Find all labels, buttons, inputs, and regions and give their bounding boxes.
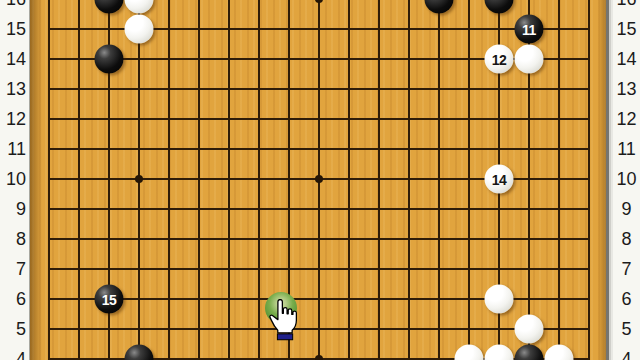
row-label-right-4: 4	[613, 348, 640, 360]
row-label-right-6: 6	[613, 288, 640, 310]
stone-C6[interactable]: 15	[95, 285, 124, 314]
row-label-right-14: 14	[613, 48, 640, 70]
move-number: 11	[522, 22, 536, 36]
row-label-left-5: 5	[0, 318, 29, 340]
move-number: 15	[102, 292, 117, 306]
row-labels-right: 16151413121110987654	[613, 0, 640, 360]
hand-pointer-icon	[269, 299, 297, 341]
row-label-left-4: 4	[0, 348, 29, 360]
row-label-right-9: 9	[613, 198, 640, 220]
star-point	[135, 175, 143, 183]
row-label-right-12: 12	[613, 108, 640, 130]
row-label-right-8: 8	[613, 228, 640, 250]
row-label-left-8: 8	[0, 228, 29, 250]
board-edge-shadow-right	[598, 0, 606, 360]
stone-R5[interactable]	[515, 315, 544, 344]
row-label-left-10: 10	[0, 168, 29, 190]
row-label-left-13: 13	[0, 78, 29, 100]
stone-C14[interactable]	[95, 45, 124, 74]
board-edge-shadow-left	[30, 0, 42, 360]
go-app-viewport: 11121415 16151413121110987654 1615141312…	[0, 0, 640, 360]
row-label-right-15: 15	[613, 18, 640, 40]
row-label-left-11: 11	[0, 138, 29, 160]
row-label-left-14: 14	[0, 48, 29, 70]
row-label-left-6: 6	[0, 288, 29, 310]
star-point	[315, 355, 323, 360]
row-label-right-11: 11	[613, 138, 640, 160]
row-label-left-7: 7	[0, 258, 29, 280]
move-number: 12	[492, 52, 507, 66]
stone-R14[interactable]	[515, 45, 544, 74]
stone-Q10[interactable]: 14	[485, 165, 514, 194]
row-label-right-10: 10	[613, 168, 640, 190]
stone-R15[interactable]: 11	[515, 15, 544, 44]
row-label-left-12: 12	[0, 108, 29, 130]
stone-Q14[interactable]: 12	[485, 45, 514, 74]
star-point	[315, 175, 323, 183]
cursor-cuff	[277, 334, 292, 340]
move-number: 14	[492, 172, 507, 186]
stone-Q6[interactable]	[485, 285, 514, 314]
row-label-right-7: 7	[613, 258, 640, 280]
row-label-left-16: 16	[0, 0, 29, 10]
row-label-left-9: 9	[0, 198, 29, 220]
row-label-right-16: 16	[613, 0, 640, 10]
row-label-right-5: 5	[613, 318, 640, 340]
stone-D15[interactable]	[125, 15, 154, 44]
row-label-right-13: 13	[613, 78, 640, 100]
row-labels-left: 16151413121110987654	[0, 0, 30, 360]
axis-divider	[606, 0, 613, 360]
row-label-left-15: 15	[0, 18, 29, 40]
